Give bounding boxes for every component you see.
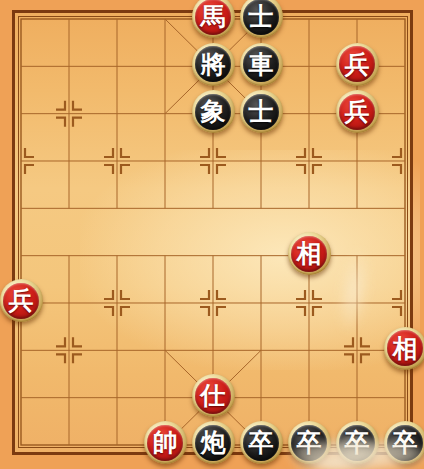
red-horse-glyph: 馬 — [195, 0, 231, 35]
black-cannon-glyph: 炮 — [195, 425, 231, 461]
black-general[interactable]: 將 — [192, 43, 235, 86]
black-chariot[interactable]: 車 — [240, 43, 283, 86]
black-soldier-glyph: 卒 — [291, 425, 327, 461]
black-cannon[interactable]: 炮 — [192, 421, 235, 464]
black-advisor[interactable]: 士 — [240, 0, 283, 38]
black-general-glyph: 將 — [195, 46, 231, 82]
red-soldier[interactable]: 兵 — [0, 279, 43, 322]
black-soldier-glyph: 卒 — [243, 425, 279, 461]
red-elephant[interactable]: 相 — [288, 232, 331, 275]
black-advisor-glyph: 士 — [243, 0, 279, 35]
red-soldier[interactable]: 兵 — [336, 43, 379, 86]
red-general-glyph: 帥 — [147, 425, 183, 461]
black-elephant-glyph: 象 — [195, 94, 231, 130]
xiangqi-board: 馬士將車兵象士兵相兵相仕帥炮卒卒卒卒 — [0, 0, 424, 469]
red-horse[interactable]: 馬 — [192, 0, 235, 38]
red-elephant-glyph: 相 — [387, 330, 423, 366]
red-soldier-glyph: 兵 — [339, 46, 375, 82]
black-chariot-glyph: 車 — [243, 46, 279, 82]
black-soldier-glyph: 卒 — [387, 425, 423, 461]
red-soldier-glyph: 兵 — [339, 94, 375, 130]
red-elephant[interactable]: 相 — [384, 327, 424, 370]
black-advisor[interactable]: 士 — [240, 90, 283, 133]
red-soldier[interactable]: 兵 — [336, 90, 379, 133]
black-soldier[interactable]: 卒 — [240, 421, 283, 464]
black-elephant[interactable]: 象 — [192, 90, 235, 133]
red-general[interactable]: 帥 — [144, 421, 187, 464]
red-advisor-glyph: 仕 — [195, 378, 231, 414]
black-soldier[interactable]: 卒 — [336, 421, 379, 464]
red-elephant-glyph: 相 — [291, 236, 327, 272]
red-advisor[interactable]: 仕 — [192, 374, 235, 417]
black-advisor-glyph: 士 — [243, 94, 279, 130]
red-soldier-glyph: 兵 — [3, 283, 39, 319]
black-soldier-glyph: 卒 — [339, 425, 375, 461]
black-soldier[interactable]: 卒 — [384, 421, 424, 464]
black-soldier[interactable]: 卒 — [288, 421, 331, 464]
pieces-layer: 馬士將車兵象士兵相兵相仕帥炮卒卒卒卒 — [0, 0, 424, 468]
